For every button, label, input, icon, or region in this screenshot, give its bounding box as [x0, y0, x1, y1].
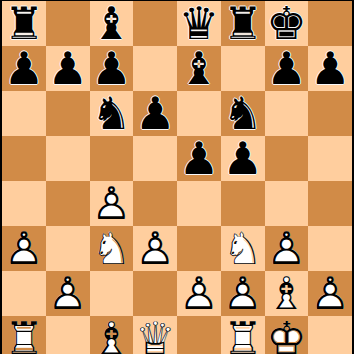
piece-outline-layer: ♙	[135, 226, 175, 271]
square-c6[interactable]: ♞	[90, 91, 134, 136]
piece-outline-layer: ♖	[4, 316, 44, 354]
white-bishop-g2[interactable]: ♝♗	[266, 271, 306, 316]
square-h7[interactable]: ♟	[308, 46, 352, 91]
black-pawn-g7[interactable]: ♟	[266, 46, 306, 91]
square-e5[interactable]: ♟	[177, 136, 221, 181]
white-king-g1[interactable]: ♚♔	[266, 316, 306, 354]
piece-outline-layer: ♙	[179, 271, 219, 316]
black-pawn-a7[interactable]: ♟	[4, 46, 44, 91]
square-h4[interactable]	[308, 181, 352, 226]
square-b7[interactable]: ♟	[46, 46, 90, 91]
black-pawn-h7[interactable]: ♟	[310, 46, 350, 91]
black-bishop-e7[interactable]: ♝	[179, 46, 219, 91]
black-pawn-b7[interactable]: ♟	[47, 46, 87, 91]
square-c5[interactable]	[90, 136, 134, 181]
black-king-g8[interactable]: ♚	[266, 1, 306, 46]
square-d5[interactable]	[133, 136, 177, 181]
square-d1[interactable]: ♛♕	[133, 316, 177, 354]
square-e1[interactable]	[177, 316, 221, 354]
square-a3[interactable]: ♟♙	[2, 226, 46, 271]
square-f8[interactable]: ♜	[221, 1, 265, 46]
square-g2[interactable]: ♝♗	[265, 271, 309, 316]
black-rook-a8[interactable]: ♜	[4, 1, 44, 46]
black-bishop-c8[interactable]: ♝	[91, 1, 131, 46]
piece-outline-layer: ♖	[222, 316, 262, 354]
black-knight-f6[interactable]: ♞	[222, 91, 262, 136]
square-e6[interactable]	[177, 91, 221, 136]
square-f2[interactable]: ♟♙	[221, 271, 265, 316]
square-c1[interactable]: ♝♗	[90, 316, 134, 354]
square-a8[interactable]: ♜	[2, 1, 46, 46]
square-d3[interactable]: ♟♙	[133, 226, 177, 271]
piece-outline-layer: ♙	[91, 181, 131, 226]
white-rook-a1[interactable]: ♜♖	[4, 316, 44, 354]
white-pawn-c4[interactable]: ♟♙	[91, 181, 131, 226]
square-e2[interactable]: ♟♙	[177, 271, 221, 316]
piece-glyph: ♞	[91, 91, 131, 136]
square-c4[interactable]: ♟♙	[90, 181, 134, 226]
piece-outline-layer: ♙	[266, 226, 306, 271]
square-d2[interactable]	[133, 271, 177, 316]
piece-outline-layer: ♙	[4, 226, 44, 271]
square-f7[interactable]	[221, 46, 265, 91]
black-pawn-d6[interactable]: ♟	[135, 91, 175, 136]
square-a5[interactable]	[2, 136, 46, 181]
square-b8[interactable]	[46, 1, 90, 46]
square-g3[interactable]: ♟♙	[265, 226, 309, 271]
white-pawn-d3[interactable]: ♟♙	[135, 226, 175, 271]
black-pawn-f5[interactable]: ♟	[222, 136, 262, 181]
square-g7[interactable]: ♟	[265, 46, 309, 91]
square-b5[interactable]	[46, 136, 90, 181]
white-pawn-e2[interactable]: ♟♙	[179, 271, 219, 316]
square-g5[interactable]	[265, 136, 309, 181]
square-f3[interactable]: ♞♘	[221, 226, 265, 271]
square-a1[interactable]: ♜♖	[2, 316, 46, 354]
white-rook-f1[interactable]: ♜♖	[222, 316, 262, 354]
square-h6[interactable]	[308, 91, 352, 136]
piece-glyph: ♜	[4, 1, 44, 46]
piece-outline-layer: ♙	[310, 271, 350, 316]
square-h5[interactable]	[308, 136, 352, 181]
white-bishop-c1[interactable]: ♝♗	[91, 316, 131, 354]
piece-outline-layer: ♗	[266, 271, 306, 316]
square-g8[interactable]: ♚	[265, 1, 309, 46]
white-queen-d1[interactable]: ♛♕	[135, 316, 175, 354]
square-e8[interactable]: ♛	[177, 1, 221, 46]
square-c8[interactable]: ♝	[90, 1, 134, 46]
square-c3[interactable]: ♞♘	[90, 226, 134, 271]
square-h1[interactable]	[308, 316, 352, 354]
white-pawn-f2[interactable]: ♟♙	[222, 271, 262, 316]
square-f4[interactable]	[221, 181, 265, 226]
piece-glyph: ♟	[222, 136, 262, 181]
black-pawn-e5[interactable]: ♟	[179, 136, 219, 181]
square-d4[interactable]	[133, 181, 177, 226]
square-d8[interactable]	[133, 1, 177, 46]
square-a6[interactable]	[2, 91, 46, 136]
square-g6[interactable]	[265, 91, 309, 136]
piece-glyph: ♟	[266, 46, 306, 91]
square-d7[interactable]	[133, 46, 177, 91]
square-f1[interactable]: ♜♖	[221, 316, 265, 354]
board-frame: ♜♝♛♜♚♟♟♟♝♟♟♞♟♞♟♟♟♙♟♙♞♘♟♙♞♘♟♙♟♙♟♙♟♙♝♗♟♙♜♖…	[0, 0, 354, 354]
black-knight-c6[interactable]: ♞	[91, 91, 131, 136]
square-a7[interactable]: ♟	[2, 46, 46, 91]
piece-glyph: ♟	[91, 46, 131, 91]
square-b3[interactable]	[46, 226, 90, 271]
piece-outline-layer: ♙	[222, 271, 262, 316]
square-a4[interactable]	[2, 181, 46, 226]
square-b2[interactable]: ♟♙	[46, 271, 90, 316]
black-rook-f8[interactable]: ♜	[222, 1, 262, 46]
white-knight-f3[interactable]: ♞♘	[222, 226, 262, 271]
white-pawn-g3[interactable]: ♟♙	[266, 226, 306, 271]
square-g1[interactable]: ♚♔	[265, 316, 309, 354]
piece-glyph: ♝	[91, 1, 131, 46]
white-knight-c3[interactable]: ♞♘	[91, 226, 131, 271]
piece-glyph: ♛	[179, 1, 219, 46]
piece-glyph: ♟	[4, 46, 44, 91]
piece-glyph: ♟	[135, 91, 175, 136]
piece-outline-layer: ♕	[135, 316, 175, 354]
square-h3[interactable]	[308, 226, 352, 271]
square-b6[interactable]	[46, 91, 90, 136]
square-d6[interactable]: ♟	[133, 91, 177, 136]
square-c7[interactable]: ♟	[90, 46, 134, 91]
square-e3[interactable]	[177, 226, 221, 271]
square-g4[interactable]	[265, 181, 309, 226]
white-pawn-b2[interactable]: ♟♙	[47, 271, 87, 316]
square-h2[interactable]: ♟♙	[308, 271, 352, 316]
square-e4[interactable]	[177, 181, 221, 226]
square-b1[interactable]	[46, 316, 90, 354]
piece-glyph: ♞	[222, 91, 262, 136]
piece-glyph: ♟	[179, 136, 219, 181]
piece-outline-layer: ♗	[91, 316, 131, 354]
square-b4[interactable]	[46, 181, 90, 226]
chess-board: ♜♝♛♜♚♟♟♟♝♟♟♞♟♞♟♟♟♙♟♙♞♘♟♙♞♘♟♙♟♙♟♙♟♙♝♗♟♙♜♖…	[2, 1, 352, 352]
black-pawn-c7[interactable]: ♟	[91, 46, 131, 91]
square-f6[interactable]: ♞	[221, 91, 265, 136]
piece-glyph: ♟	[310, 46, 350, 91]
square-a2[interactable]	[2, 271, 46, 316]
white-pawn-h2[interactable]: ♟♙	[310, 271, 350, 316]
square-h8[interactable]	[308, 1, 352, 46]
square-e7[interactable]: ♝	[177, 46, 221, 91]
piece-glyph: ♟	[47, 46, 87, 91]
piece-outline-layer: ♙	[47, 271, 87, 316]
square-c2[interactable]	[90, 271, 134, 316]
piece-outline-layer: ♘	[222, 226, 262, 271]
square-f5[interactable]: ♟	[221, 136, 265, 181]
piece-outline-layer: ♘	[91, 226, 131, 271]
piece-glyph: ♝	[179, 46, 219, 91]
black-queen-e8[interactable]: ♛	[179, 1, 219, 46]
piece-outline-layer: ♔	[266, 316, 306, 354]
piece-glyph: ♜	[222, 1, 262, 46]
white-pawn-a3[interactable]: ♟♙	[4, 226, 44, 271]
piece-glyph: ♚	[266, 1, 306, 46]
